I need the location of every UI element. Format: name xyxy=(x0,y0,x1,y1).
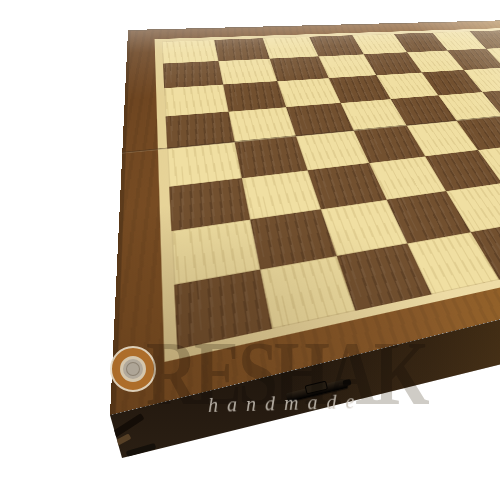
product-photo-stage: RESHAK handmade xyxy=(0,0,500,500)
square-b7 xyxy=(218,58,277,84)
square-a8 xyxy=(162,40,218,64)
square-b8 xyxy=(214,38,270,61)
brand-logo-core xyxy=(126,362,140,376)
square-a7 xyxy=(163,61,223,88)
brand-logo-inner-ring xyxy=(120,356,146,382)
brand-tagline-text: handmade xyxy=(208,390,364,417)
